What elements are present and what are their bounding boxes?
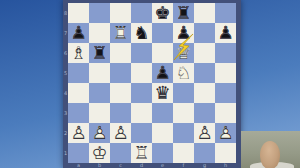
piece-outline: ♖ bbox=[110, 22, 131, 42]
piece-outline: ♗ bbox=[68, 42, 89, 62]
piece-outline: ♙ bbox=[89, 122, 110, 142]
square-g5[interactable] bbox=[194, 63, 215, 83]
white-bishop-a6: ♝♗ bbox=[68, 43, 89, 63]
square-c1[interactable] bbox=[110, 143, 131, 163]
square-a1[interactable] bbox=[68, 143, 89, 163]
piece-outline: ♙ bbox=[68, 22, 89, 42]
square-b7[interactable] bbox=[89, 23, 110, 43]
square-b3[interactable] bbox=[89, 103, 110, 123]
presenter-head bbox=[260, 141, 280, 168]
black-pawn-a7: ♟♙ bbox=[68, 23, 89, 43]
square-a5[interactable] bbox=[68, 63, 89, 83]
file-label-a: a bbox=[68, 162, 89, 168]
square-f1[interactable] bbox=[173, 143, 194, 163]
square-c8[interactable] bbox=[110, 3, 131, 23]
file-label-h: h bbox=[215, 162, 236, 168]
white-pawn-b2: ♟♙ bbox=[89, 123, 110, 143]
piece-outline: ♘ bbox=[173, 62, 194, 82]
square-f2[interactable] bbox=[173, 123, 194, 143]
square-b5[interactable] bbox=[89, 63, 110, 83]
square-b8[interactable] bbox=[89, 3, 110, 23]
white-pawn-g2: ♟♙ bbox=[194, 123, 215, 143]
chess-board-frame: 87654321abcdefgh ♚♔♜♖♟♙♜♖♞♘♟♙♟♙♝♗♜♖♛♕♟♙♞… bbox=[63, 0, 241, 168]
square-e6[interactable] bbox=[152, 43, 173, 63]
rank-label-4: 4 bbox=[63, 83, 68, 103]
rank-label-1: 1 bbox=[63, 143, 68, 163]
black-queen-e4: ♛♕ bbox=[152, 83, 173, 103]
square-g6[interactable] bbox=[194, 43, 215, 63]
square-a4[interactable] bbox=[68, 83, 89, 103]
white-pawn-a2: ♟♙ bbox=[68, 123, 89, 143]
square-d4[interactable] bbox=[131, 83, 152, 103]
black-pawn-e5: ♟♙ bbox=[152, 63, 173, 83]
piece-outline: ♖ bbox=[131, 142, 152, 162]
video-frame: 87654321abcdefgh ♚♔♜♖♟♙♜♖♞♘♟♙♟♙♝♗♜♖♛♕♟♙♞… bbox=[0, 0, 300, 168]
square-h1[interactable] bbox=[215, 143, 236, 163]
webcam-overlay bbox=[241, 131, 300, 168]
white-pawn-c2: ♟♙ bbox=[110, 123, 131, 143]
piece-outline: ♙ bbox=[215, 22, 236, 42]
square-c4[interactable] bbox=[110, 83, 131, 103]
piece-outline: ♙ bbox=[194, 122, 215, 142]
white-pawn-h2: ♟♙ bbox=[215, 123, 236, 143]
piece-outline: ♔ bbox=[152, 2, 173, 22]
white-rook-c7: ♜♖ bbox=[110, 23, 131, 43]
piece-outline: ♙ bbox=[110, 122, 131, 142]
white-knight-f5: ♞♘ bbox=[173, 63, 194, 83]
square-h8[interactable] bbox=[215, 3, 236, 23]
piece-outline: ♙ bbox=[68, 122, 89, 142]
piece-outline: ♙ bbox=[152, 62, 173, 82]
square-g8[interactable] bbox=[194, 3, 215, 23]
square-c3[interactable] bbox=[110, 103, 131, 123]
square-g1[interactable] bbox=[194, 143, 215, 163]
square-a8[interactable] bbox=[68, 3, 89, 23]
square-e3[interactable] bbox=[152, 103, 173, 123]
piece-outline: ♙ bbox=[215, 122, 236, 142]
square-d5[interactable] bbox=[131, 63, 152, 83]
file-label-f: f bbox=[173, 162, 194, 168]
file-label-c: c bbox=[110, 162, 131, 168]
square-c5[interactable] bbox=[110, 63, 131, 83]
square-g4[interactable] bbox=[194, 83, 215, 103]
file-label-g: g bbox=[194, 162, 215, 168]
square-g7[interactable] bbox=[194, 23, 215, 43]
piece-outline: ♖ bbox=[173, 2, 194, 22]
rank-label-3: 3 bbox=[63, 103, 68, 123]
rank-label-5: 5 bbox=[63, 63, 68, 83]
square-c6[interactable] bbox=[110, 43, 131, 63]
piece-outline: ♔ bbox=[89, 142, 110, 162]
square-g3[interactable] bbox=[194, 103, 215, 123]
square-d6[interactable] bbox=[131, 43, 152, 63]
square-e1[interactable] bbox=[152, 143, 173, 163]
square-h4[interactable] bbox=[215, 83, 236, 103]
black-rook-f8: ♜♖ bbox=[173, 3, 194, 23]
black-king-e8: ♚♔ bbox=[152, 3, 173, 23]
square-d3[interactable] bbox=[131, 103, 152, 123]
rank-label-8: 8 bbox=[63, 3, 68, 23]
black-rook-b6: ♜♖ bbox=[89, 43, 110, 63]
piece-outline: ♘ bbox=[131, 22, 152, 42]
file-label-e: e bbox=[152, 162, 173, 168]
piece-outline: ♕ bbox=[152, 82, 173, 102]
square-h3[interactable] bbox=[215, 103, 236, 123]
square-f3[interactable] bbox=[173, 103, 194, 123]
square-a3[interactable] bbox=[68, 103, 89, 123]
square-d8[interactable] bbox=[131, 3, 152, 23]
white-king-b1: ♚♔ bbox=[89, 143, 110, 163]
square-h5[interactable] bbox=[215, 63, 236, 83]
square-e2[interactable] bbox=[152, 123, 173, 143]
square-h6[interactable] bbox=[215, 43, 236, 63]
white-rook-d1: ♜♖ bbox=[131, 143, 152, 163]
square-b4[interactable] bbox=[89, 83, 110, 103]
square-f4[interactable] bbox=[173, 83, 194, 103]
black-knight-d7: ♞♘ bbox=[131, 23, 152, 43]
lightning-bolt-icon bbox=[172, 33, 196, 62]
piece-outline: ♖ bbox=[89, 42, 110, 62]
square-d2[interactable] bbox=[131, 123, 152, 143]
square-e7[interactable] bbox=[152, 23, 173, 43]
black-pawn-h7: ♟♙ bbox=[215, 23, 236, 43]
